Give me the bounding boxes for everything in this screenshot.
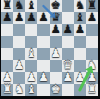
white-pawn[interactable]: ♟	[50, 48, 60, 60]
square-h5[interactable]	[86, 36, 98, 48]
square-g4[interactable]	[74, 48, 86, 60]
square-g7[interactable]: ♝	[74, 12, 86, 24]
square-f2[interactable]: ♟	[62, 72, 74, 84]
square-c3[interactable]	[25, 60, 37, 72]
square-c6[interactable]	[25, 24, 37, 36]
square-g3[interactable]	[74, 60, 86, 72]
black-pawn[interactable]: ♟	[63, 24, 73, 36]
white-pawn[interactable]: ♟	[14, 60, 24, 72]
square-b5[interactable]	[13, 36, 25, 48]
square-h3[interactable]: ♞	[86, 60, 98, 72]
white-bishop[interactable]: ♝	[26, 84, 36, 96]
square-c1[interactable]: ♝	[25, 84, 37, 96]
square-b7[interactable]: ♟	[13, 12, 25, 24]
square-g1[interactable]	[74, 84, 86, 96]
square-e7[interactable]: ♛	[50, 12, 62, 24]
square-c7[interactable]: ♟	[25, 12, 37, 24]
square-b6[interactable]	[13, 24, 25, 36]
square-b2[interactable]	[13, 72, 25, 84]
white-king[interactable]: ♚	[50, 84, 60, 96]
square-d3[interactable]	[37, 60, 49, 72]
white-pawn[interactable]: ♟	[75, 72, 85, 84]
square-h4[interactable]	[86, 48, 98, 60]
square-a7[interactable]: ♟	[1, 12, 13, 24]
square-f4[interactable]	[62, 48, 74, 60]
chess-board: ♜♞♝♚♞♜♟♟♟♟♛♝♟♟♟♟♝♟♟♛♞♟♟♟♟♟♟♜♞♝♚♜	[1, 0, 98, 96]
square-a1[interactable]: ♜	[1, 84, 13, 96]
square-a6[interactable]	[1, 24, 13, 36]
square-c2[interactable]: ♟	[25, 72, 37, 84]
black-knight[interactable]: ♞	[75, 0, 85, 11]
square-d4[interactable]	[37, 48, 49, 60]
square-h2[interactable]: ♟	[86, 72, 98, 84]
white-pawn[interactable]: ♟	[26, 72, 36, 84]
black-pawn[interactable]: ♟	[75, 24, 85, 36]
square-f6[interactable]: ♟	[62, 24, 74, 36]
white-pawn[interactable]: ♟	[63, 72, 73, 84]
square-d6[interactable]	[37, 24, 49, 36]
black-rook[interactable]: ♜	[87, 0, 97, 11]
square-d1[interactable]	[37, 84, 49, 96]
square-e8[interactable]: ♚	[50, 0, 62, 12]
square-b3[interactable]: ♟	[13, 60, 25, 72]
white-pawn[interactable]: ♟	[2, 72, 12, 84]
square-h8[interactable]: ♜	[86, 0, 98, 12]
black-pawn[interactable]: ♟	[14, 12, 24, 24]
white-rook[interactable]: ♜	[87, 84, 97, 96]
white-pawn[interactable]: ♟	[38, 72, 48, 84]
white-knight[interactable]: ♞	[87, 60, 97, 72]
black-king[interactable]: ♚	[50, 0, 60, 11]
square-a3[interactable]	[1, 60, 13, 72]
square-d8[interactable]	[37, 0, 49, 12]
square-f7[interactable]	[62, 12, 74, 24]
square-f3[interactable]: ♛	[62, 60, 74, 72]
square-e3[interactable]	[50, 60, 62, 72]
square-b8[interactable]: ♞	[13, 0, 25, 12]
square-g8[interactable]: ♞	[74, 0, 86, 12]
white-queen[interactable]: ♛	[63, 60, 73, 72]
square-e6[interactable]: ♟	[50, 24, 62, 36]
square-c8[interactable]: ♝	[25, 0, 37, 12]
square-g5[interactable]	[74, 36, 86, 48]
white-rook[interactable]: ♜	[2, 84, 12, 96]
square-b1[interactable]: ♞	[13, 84, 25, 96]
white-pawn[interactable]: ♟	[87, 72, 97, 84]
black-pawn[interactable]: ♟	[38, 12, 48, 24]
square-h7[interactable]: ♟	[86, 12, 98, 24]
square-f1[interactable]	[62, 84, 74, 96]
square-b4[interactable]	[13, 48, 25, 60]
chess-app-window: ♜♞♝♚♞♜♟♟♟♟♛♝♟♟♟♟♝♟♟♛♞♟♟♟♟♟♟♜♞♝♚♜	[0, 0, 100, 99]
square-c5[interactable]	[25, 36, 37, 48]
square-a8[interactable]: ♜	[1, 0, 13, 12]
black-pawn[interactable]: ♟	[2, 12, 12, 24]
square-f8[interactable]	[62, 0, 74, 12]
black-bishop[interactable]: ♝	[75, 12, 85, 24]
square-g6[interactable]: ♟	[74, 24, 86, 36]
square-a5[interactable]	[1, 36, 13, 48]
square-e5[interactable]	[50, 36, 62, 48]
square-d5[interactable]	[37, 36, 49, 48]
square-d2[interactable]: ♟	[37, 72, 49, 84]
black-pawn[interactable]: ♟	[50, 24, 60, 36]
white-bishop[interactable]: ♝	[26, 48, 36, 60]
black-queen[interactable]: ♛	[50, 12, 60, 24]
square-h1[interactable]: ♜	[86, 84, 98, 96]
black-pawn[interactable]: ♟	[26, 12, 36, 24]
white-knight[interactable]: ♞	[14, 84, 24, 96]
square-f5[interactable]	[62, 36, 74, 48]
square-g2[interactable]: ♟	[74, 72, 86, 84]
black-bishop[interactable]: ♝	[26, 0, 36, 11]
square-a4[interactable]	[1, 48, 13, 60]
black-rook[interactable]: ♜	[2, 0, 12, 11]
square-h6[interactable]	[86, 24, 98, 36]
black-knight[interactable]: ♞	[14, 0, 24, 11]
square-e1[interactable]: ♚	[50, 84, 62, 96]
square-d7[interactable]: ♟	[37, 12, 49, 24]
square-a2[interactable]: ♟	[1, 72, 13, 84]
square-e4[interactable]: ♟	[50, 48, 62, 60]
black-pawn[interactable]: ♟	[87, 12, 97, 24]
square-e2[interactable]	[50, 72, 62, 84]
square-c4[interactable]: ♝	[25, 48, 37, 60]
